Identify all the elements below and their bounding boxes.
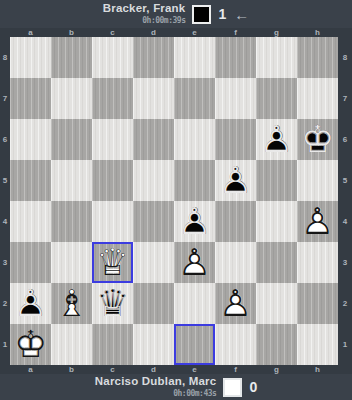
square-c6[interactable] xyxy=(92,119,133,160)
square-f8[interactable] xyxy=(215,37,256,78)
rank-label-5: 5 xyxy=(338,160,352,201)
square-a7[interactable] xyxy=(10,78,51,119)
file-label-g: g xyxy=(256,365,297,374)
square-g8[interactable] xyxy=(256,37,297,78)
white-pawn[interactable]: ♟♙ xyxy=(174,242,215,283)
rank-label-3: 3 xyxy=(338,242,352,283)
file-label-b: b xyxy=(51,28,92,37)
rank-label-8: 8 xyxy=(338,37,352,78)
top-player-info: Bracker, Frank 0h:00m:39s xyxy=(103,3,186,25)
file-labels-top: abcdefgh xyxy=(10,28,352,37)
chess-game-widget: Bracker, Frank 0h:00m:39s 1 ← abcdefgh 8… xyxy=(0,0,352,400)
file-label-a: a xyxy=(10,365,51,374)
black-pawn[interactable]: ♟♙ xyxy=(10,283,51,324)
square-e3[interactable]: ♟♙ xyxy=(174,242,215,283)
rank-labels-left: 87654321 xyxy=(0,37,10,365)
file-label-e: e xyxy=(174,365,215,374)
file-label-d: d xyxy=(133,28,174,37)
square-c3[interactable]: ♛♕ xyxy=(92,242,133,283)
white-color-indicator xyxy=(223,378,242,397)
bottom-player-bar: Narciso Dublan, Marc 0h:00m:43s 0 xyxy=(0,374,352,400)
square-c5[interactable] xyxy=(92,160,133,201)
rank-label-6: 6 xyxy=(338,119,352,160)
square-c1[interactable] xyxy=(92,324,133,365)
square-b4[interactable] xyxy=(51,201,92,242)
square-a6[interactable] xyxy=(10,119,51,160)
square-c8[interactable] xyxy=(92,37,133,78)
square-f5[interactable]: ♟♙ xyxy=(215,160,256,201)
square-c2[interactable]: ♛♕ xyxy=(92,283,133,324)
square-a3[interactable] xyxy=(10,242,51,283)
square-b6[interactable] xyxy=(51,119,92,160)
square-b5[interactable] xyxy=(51,160,92,201)
square-a5[interactable] xyxy=(10,160,51,201)
square-e2[interactable] xyxy=(174,283,215,324)
square-h2[interactable] xyxy=(297,283,338,324)
square-h6[interactable]: ♚♔ xyxy=(297,119,338,160)
square-f1[interactable] xyxy=(215,324,256,365)
square-a1[interactable]: ♚♔ xyxy=(10,324,51,365)
file-label-f: f xyxy=(215,365,256,374)
black-color-indicator xyxy=(192,5,211,24)
top-player-score: 1 xyxy=(218,6,226,22)
square-g3[interactable] xyxy=(256,242,297,283)
square-e8[interactable] xyxy=(174,37,215,78)
square-b7[interactable] xyxy=(51,78,92,119)
file-label-c: c xyxy=(92,28,133,37)
rank-label-4: 4 xyxy=(338,201,352,242)
square-a8[interactable] xyxy=(10,37,51,78)
file-label-g: g xyxy=(256,28,297,37)
square-d1[interactable] xyxy=(133,324,174,365)
square-d5[interactable] xyxy=(133,160,174,201)
square-b2[interactable]: ♝♗ xyxy=(51,283,92,324)
square-b8[interactable] xyxy=(51,37,92,78)
square-h5[interactable] xyxy=(297,160,338,201)
square-e7[interactable] xyxy=(174,78,215,119)
square-f7[interactable] xyxy=(215,78,256,119)
bottom-player-clock: 0h:00m:43s xyxy=(173,390,216,398)
square-d6[interactable] xyxy=(133,119,174,160)
white-king[interactable]: ♚♔ xyxy=(10,324,51,365)
black-king[interactable]: ♚♔ xyxy=(297,119,338,160)
square-d3[interactable] xyxy=(133,242,174,283)
square-g1[interactable] xyxy=(256,324,297,365)
rank-label-3: 3 xyxy=(0,242,10,283)
black-queen[interactable]: ♛♕ xyxy=(92,283,133,324)
rank-label-7: 7 xyxy=(0,78,10,119)
square-h8[interactable] xyxy=(297,37,338,78)
bottom-player-score: 0 xyxy=(249,379,257,395)
square-g4[interactable] xyxy=(256,201,297,242)
square-b3[interactable] xyxy=(51,242,92,283)
square-g5[interactable] xyxy=(256,160,297,201)
square-b1[interactable] xyxy=(51,324,92,365)
square-f2[interactable]: ♟♙ xyxy=(215,283,256,324)
black-pawn[interactable]: ♟♙ xyxy=(256,119,297,160)
top-player-name: Bracker, Frank xyxy=(103,3,186,15)
square-e6[interactable] xyxy=(174,119,215,160)
bottom-player-info: Narciso Dublan, Marc 0h:00m:43s xyxy=(95,376,217,398)
square-a2[interactable]: ♟♙ xyxy=(10,283,51,324)
square-h3[interactable] xyxy=(297,242,338,283)
rank-label-7: 7 xyxy=(338,78,352,119)
black-pawn[interactable]: ♟♙ xyxy=(215,160,256,201)
rank-label-8: 8 xyxy=(0,37,10,78)
rank-label-5: 5 xyxy=(0,160,10,201)
square-h7[interactable] xyxy=(297,78,338,119)
file-labels-bottom: abcdefgh xyxy=(10,365,352,374)
square-e5[interactable] xyxy=(174,160,215,201)
board-frame: abcdefgh 87654321 ♟♙♚♔♟♙♟♙♟♙♛♕♟♙♟♙♝♗♛♕♟♙… xyxy=(0,28,352,374)
square-c4[interactable] xyxy=(92,201,133,242)
square-g2[interactable] xyxy=(256,283,297,324)
top-player-clock: 0h:00m:39s xyxy=(142,17,185,25)
top-player-bar: Bracker, Frank 0h:00m:39s 1 ← xyxy=(0,0,352,28)
rank-label-1: 1 xyxy=(338,324,352,365)
file-label-b: b xyxy=(51,365,92,374)
rank-label-2: 2 xyxy=(0,283,10,324)
square-c7[interactable] xyxy=(92,78,133,119)
square-d2[interactable] xyxy=(133,283,174,324)
board-middle-row: 87654321 ♟♙♚♔♟♙♟♙♟♙♛♕♟♙♟♙♝♗♛♕♟♙♚♔ 876543… xyxy=(0,37,352,365)
white-pawn[interactable]: ♟♙ xyxy=(215,283,256,324)
rank-label-1: 1 xyxy=(0,324,10,365)
file-label-d: d xyxy=(133,365,174,374)
white-pawn[interactable]: ♟♙ xyxy=(297,201,338,242)
square-d8[interactable] xyxy=(133,37,174,78)
square-d7[interactable] xyxy=(133,78,174,119)
file-label-e: e xyxy=(174,28,215,37)
square-e1[interactable] xyxy=(174,324,215,365)
square-g7[interactable] xyxy=(256,78,297,119)
white-queen[interactable]: ♛♕ xyxy=(92,242,133,283)
square-f3[interactable] xyxy=(215,242,256,283)
file-label-f: f xyxy=(215,28,256,37)
black-pawn[interactable]: ♟♙ xyxy=(174,201,215,242)
rank-labels-right: 87654321 xyxy=(338,37,352,365)
white-bishop[interactable]: ♝♗ xyxy=(51,283,92,324)
file-label-a: a xyxy=(10,28,51,37)
square-d4[interactable] xyxy=(133,201,174,242)
square-f4[interactable] xyxy=(215,201,256,242)
rank-label-2: 2 xyxy=(338,283,352,324)
board: ♟♙♚♔♟♙♟♙♟♙♛♕♟♙♟♙♝♗♛♕♟♙♚♔ xyxy=(10,37,338,365)
rank-label-4: 4 xyxy=(0,201,10,242)
square-h4[interactable]: ♟♙ xyxy=(297,201,338,242)
square-f6[interactable] xyxy=(215,119,256,160)
back-arrow-icon[interactable]: ← xyxy=(234,7,249,22)
square-g6[interactable]: ♟♙ xyxy=(256,119,297,160)
square-h1[interactable] xyxy=(297,324,338,365)
square-a4[interactable] xyxy=(10,201,51,242)
file-label-h: h xyxy=(297,28,338,37)
file-label-c: c xyxy=(92,365,133,374)
bottom-player-name: Narciso Dublan, Marc xyxy=(95,376,217,388)
file-label-h: h xyxy=(297,365,338,374)
rank-label-6: 6 xyxy=(0,119,10,160)
square-e4[interactable]: ♟♙ xyxy=(174,201,215,242)
